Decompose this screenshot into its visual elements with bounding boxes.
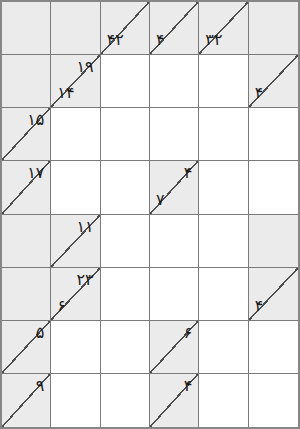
across-clue: ۲۳ — [76, 272, 93, 288]
clue-cell-r0c2: ۴۲ — [101, 2, 150, 55]
entry-cell-r4c3[interactable] — [150, 215, 199, 268]
entry-cell-r6c4[interactable] — [199, 321, 248, 374]
across-clue: ۱۱ — [76, 219, 93, 235]
across-clue: ۴ — [184, 165, 193, 181]
clue-cell-r7c3: ۴ — [150, 374, 199, 427]
entry-cell-r5c3[interactable] — [150, 268, 199, 321]
clue-cell-r3c3: ۴۷ — [150, 161, 199, 214]
across-clue: ۱۹ — [76, 59, 93, 75]
across-clue: ۱۵ — [27, 112, 44, 128]
across-clue: ۱۷ — [27, 165, 44, 181]
clue-cell-r1c5: ۴ — [249, 55, 298, 108]
entry-cell-r3c5[interactable] — [249, 161, 298, 214]
entry-cell-r1c3[interactable] — [150, 55, 199, 108]
clue-cell-r0c3: ۴ — [150, 2, 199, 55]
across-clue: ۴ — [184, 378, 193, 394]
clue-cell-r3c0: ۱۷ — [2, 161, 51, 214]
down-clue: ۴ — [255, 298, 264, 314]
across-clue: ۵ — [36, 325, 45, 341]
down-clue: ۱۴ — [57, 85, 74, 101]
entry-cell-r4c4[interactable] — [199, 215, 248, 268]
entry-cell-r2c3[interactable] — [150, 108, 199, 161]
block-cell-r0c0 — [2, 2, 51, 55]
block-cell-r0c5 — [249, 2, 298, 55]
clue-cell-r5c5: ۴ — [249, 268, 298, 321]
entry-cell-r3c1[interactable] — [51, 161, 100, 214]
entry-cell-r3c4[interactable] — [199, 161, 248, 214]
entry-cell-r7c2[interactable] — [101, 374, 150, 427]
entry-cell-r2c2[interactable] — [101, 108, 150, 161]
across-clue: ۶ — [184, 325, 193, 341]
entry-cell-r6c2[interactable] — [101, 321, 150, 374]
clue-cell-r0c4: ۳۲ — [199, 2, 248, 55]
entry-cell-r7c5[interactable] — [249, 374, 298, 427]
across-clue: ۹ — [36, 378, 45, 394]
entry-cell-r1c4[interactable] — [199, 55, 248, 108]
entry-cell-r4c2[interactable] — [101, 215, 150, 268]
entry-cell-r3c2[interactable] — [101, 161, 150, 214]
clue-cell-r6c3: ۶ — [150, 321, 199, 374]
down-clue: ۶ — [57, 298, 66, 314]
entry-cell-r5c2[interactable] — [101, 268, 150, 321]
entry-cell-r6c5[interactable] — [249, 321, 298, 374]
down-clue: ۳۲ — [205, 32, 222, 48]
block-cell-r0c1 — [51, 2, 100, 55]
block-cell-r4c0 — [2, 215, 51, 268]
down-clue: ۷ — [156, 192, 165, 208]
block-cell-r1c0 — [2, 55, 51, 108]
clue-cell-r4c1: ۱۱ — [51, 215, 100, 268]
down-clue: ۴ — [156, 32, 165, 48]
entry-cell-r2c1[interactable] — [51, 108, 100, 161]
clue-cell-r5c1: ۲۳۶ — [51, 268, 100, 321]
down-clue: ۴۲ — [107, 32, 124, 48]
kakuro-board: ۴۲۴۳۲۱۹۱۴۴۱۵۱۷۴۷۱۱۲۳۶۴۵۶۹۴ — [0, 0, 300, 429]
block-cell-r4c5 — [249, 215, 298, 268]
entry-cell-r7c4[interactable] — [199, 374, 248, 427]
entry-cell-r2c4[interactable] — [199, 108, 248, 161]
clue-cell-r7c0: ۹ — [2, 374, 51, 427]
clue-cell-r1c1: ۱۹۱۴ — [51, 55, 100, 108]
entry-cell-r7c1[interactable] — [51, 374, 100, 427]
block-cell-r5c0 — [2, 268, 51, 321]
entry-cell-r6c1[interactable] — [51, 321, 100, 374]
clue-cell-r2c0: ۱۵ — [2, 108, 51, 161]
entry-cell-r1c2[interactable] — [101, 55, 150, 108]
entry-cell-r5c4[interactable] — [199, 268, 248, 321]
entry-cell-r2c5[interactable] — [249, 108, 298, 161]
clue-cell-r6c0: ۵ — [2, 321, 51, 374]
down-clue: ۴ — [255, 85, 264, 101]
